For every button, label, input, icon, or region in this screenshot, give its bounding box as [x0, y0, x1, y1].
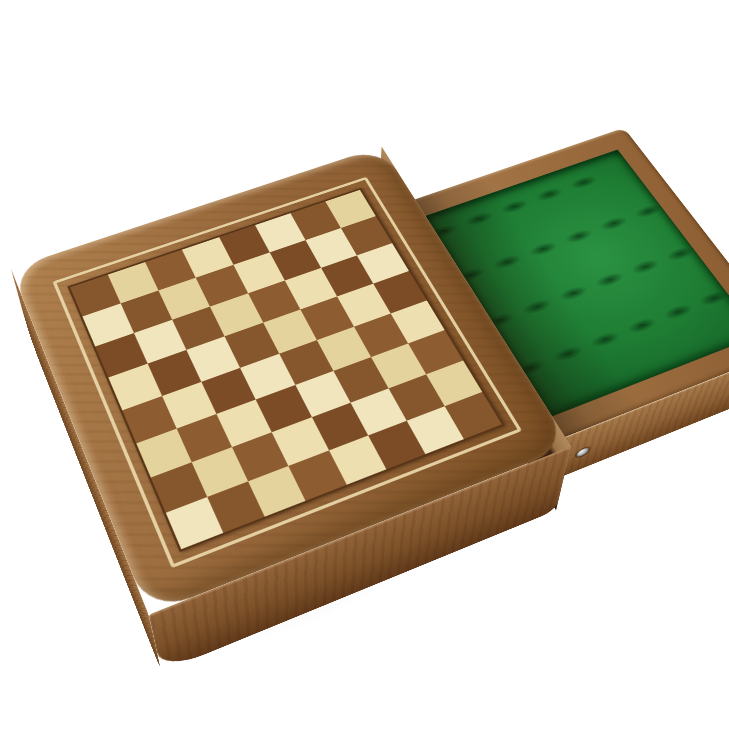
chess-board [67, 188, 505, 552]
chess-piece-light-pawn[interactable]: ♟ [659, 228, 696, 254]
chess-piece-light-bishop[interactable]: ♝ [558, 203, 594, 237]
chess-piece-light-pawn[interactable]: ♟ [692, 272, 729, 299]
chess-piece-light-bishop[interactable]: ♝ [494, 174, 530, 208]
chess-piece-light-pawn[interactable]: ♟ [624, 241, 661, 268]
chess-piece-light-pawn[interactable]: ♟ [583, 313, 621, 341]
chess-piece-light-rook[interactable]: ♜ [563, 154, 598, 183]
chess-piece-light-pawn[interactable]: ♟ [620, 299, 658, 326]
chess-piece-light-rook[interactable]: ♜ [627, 183, 663, 213]
chess-piece-light-pawn[interactable]: ♟ [656, 285, 694, 312]
chess-piece-light-pawn[interactable]: ♟ [515, 281, 553, 308]
chess-piece-dark-pawn[interactable]: ♟ [545, 327, 584, 355]
chess-box-scene: ♞♝♝♛♜♞♞♞♝♜♜♝♟♟♟♟♟♟♟♟♟♟♟ [0, 0, 729, 729]
chess-piece-light-knight[interactable]: ♞ [486, 230, 523, 264]
chess-piece-light-bishop[interactable]: ♝ [458, 187, 494, 221]
chess-piece-light-rook[interactable]: ♜ [593, 195, 629, 225]
chess-piece-light-queen[interactable]: ♛ [529, 157, 565, 196]
chess-piece-light-pawn[interactable]: ♟ [588, 254, 625, 281]
product-photo: ♞♝♝♛♜♞♞♞♝♜♜♝♟♟♟♟♟♟♟♟♟♟♟ [0, 0, 729, 729]
chess-piece-light-knight[interactable]: ♞ [522, 217, 559, 251]
board-zone [67, 188, 505, 552]
magnet-screw-icon [576, 447, 589, 458]
chess-piece-light-pawn[interactable]: ♟ [552, 267, 589, 294]
